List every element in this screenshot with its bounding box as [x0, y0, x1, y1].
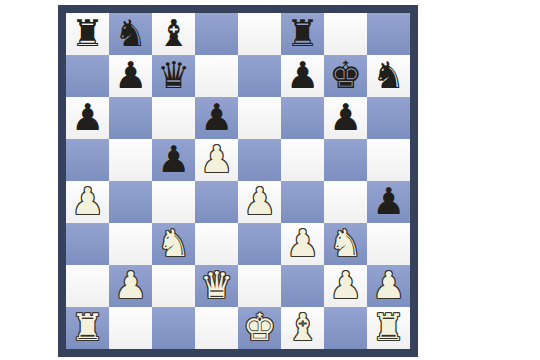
square-g7[interactable]: ♚: [324, 55, 367, 97]
square-a3[interactable]: [66, 223, 109, 265]
square-a6[interactable]: ♟: [66, 97, 109, 139]
white-pawn[interactable]: ♟: [281, 223, 324, 265]
square-e6[interactable]: [238, 97, 281, 139]
square-a1[interactable]: ♜: [66, 307, 109, 349]
square-c6[interactable]: [152, 97, 195, 139]
square-f8[interactable]: ♜: [281, 13, 324, 55]
square-c4[interactable]: [152, 181, 195, 223]
square-g8[interactable]: [324, 13, 367, 55]
black-queen[interactable]: ♛: [152, 55, 195, 97]
square-a4[interactable]: ♟: [66, 181, 109, 223]
white-rook[interactable]: ♜: [367, 307, 410, 349]
square-d2[interactable]: ♛: [195, 265, 238, 307]
square-f6[interactable]: [281, 97, 324, 139]
black-pawn[interactable]: ♟: [152, 139, 195, 181]
square-h6[interactable]: [367, 97, 410, 139]
black-bishop[interactable]: ♝: [152, 13, 195, 55]
black-pawn[interactable]: ♟: [109, 55, 152, 97]
square-d7[interactable]: [195, 55, 238, 97]
black-rook[interactable]: ♜: [66, 13, 109, 55]
square-c8[interactable]: ♝: [152, 13, 195, 55]
white-pawn[interactable]: ♟: [66, 181, 109, 223]
white-rook[interactable]: ♜: [66, 307, 109, 349]
square-h4[interactable]: ♟: [367, 181, 410, 223]
black-pawn[interactable]: ♟: [324, 97, 367, 139]
square-f1[interactable]: ♝: [281, 307, 324, 349]
black-pawn[interactable]: ♟: [367, 181, 410, 223]
square-a5[interactable]: [66, 139, 109, 181]
square-c3[interactable]: ♞: [152, 223, 195, 265]
square-c5[interactable]: ♟: [152, 139, 195, 181]
white-pawn[interactable]: ♟: [238, 181, 281, 223]
white-knight[interactable]: ♞: [152, 223, 195, 265]
square-f2[interactable]: [281, 265, 324, 307]
square-g4[interactable]: [324, 181, 367, 223]
square-h5[interactable]: [367, 139, 410, 181]
square-a2[interactable]: [66, 265, 109, 307]
black-knight[interactable]: ♞: [367, 55, 410, 97]
square-b1[interactable]: [109, 307, 152, 349]
square-d5[interactable]: ♟: [195, 139, 238, 181]
white-king[interactable]: ♚: [238, 307, 281, 349]
square-d8[interactable]: [195, 13, 238, 55]
square-e4[interactable]: ♟: [238, 181, 281, 223]
chess-board: ♜♞♝♜♟♛♟♚♞♟♟♟♟♟♟♟♟♞♟♞♟♛♟♟♜♚♝♜: [66, 13, 410, 349]
chess-board-frame: ♜♞♝♜♟♛♟♚♞♟♟♟♟♟♟♟♟♞♟♞♟♛♟♟♜♚♝♜: [58, 5, 418, 357]
square-b6[interactable]: [109, 97, 152, 139]
black-pawn[interactable]: ♟: [66, 97, 109, 139]
square-e2[interactable]: [238, 265, 281, 307]
square-c2[interactable]: [152, 265, 195, 307]
black-knight[interactable]: ♞: [109, 13, 152, 55]
square-h1[interactable]: ♜: [367, 307, 410, 349]
square-c1[interactable]: [152, 307, 195, 349]
square-d1[interactable]: [195, 307, 238, 349]
square-b4[interactable]: [109, 181, 152, 223]
square-f3[interactable]: ♟: [281, 223, 324, 265]
square-e5[interactable]: [238, 139, 281, 181]
square-e8[interactable]: [238, 13, 281, 55]
black-pawn[interactable]: ♟: [281, 55, 324, 97]
square-h2[interactable]: ♟: [367, 265, 410, 307]
black-king[interactable]: ♚: [324, 55, 367, 97]
square-b8[interactable]: ♞: [109, 13, 152, 55]
square-h8[interactable]: [367, 13, 410, 55]
square-f4[interactable]: [281, 181, 324, 223]
square-c7[interactable]: ♛: [152, 55, 195, 97]
square-g5[interactable]: [324, 139, 367, 181]
square-g3[interactable]: ♞: [324, 223, 367, 265]
square-e3[interactable]: [238, 223, 281, 265]
white-bishop[interactable]: ♝: [281, 307, 324, 349]
square-d6[interactable]: ♟: [195, 97, 238, 139]
square-h7[interactable]: ♞: [367, 55, 410, 97]
square-b3[interactable]: [109, 223, 152, 265]
square-e7[interactable]: [238, 55, 281, 97]
white-pawn[interactable]: ♟: [195, 139, 238, 181]
square-d3[interactable]: [195, 223, 238, 265]
white-queen[interactable]: ♛: [195, 265, 238, 307]
square-b5[interactable]: [109, 139, 152, 181]
black-rook[interactable]: ♜: [281, 13, 324, 55]
square-a8[interactable]: ♜: [66, 13, 109, 55]
white-pawn[interactable]: ♟: [324, 265, 367, 307]
white-knight[interactable]: ♞: [324, 223, 367, 265]
white-pawn[interactable]: ♟: [367, 265, 410, 307]
square-g1[interactable]: [324, 307, 367, 349]
square-f5[interactable]: [281, 139, 324, 181]
square-b2[interactable]: ♟: [109, 265, 152, 307]
square-f7[interactable]: ♟: [281, 55, 324, 97]
square-b7[interactable]: ♟: [109, 55, 152, 97]
page-background: ♜♞♝♜♟♛♟♚♞♟♟♟♟♟♟♟♟♞♟♞♟♛♟♟♜♚♝♜: [0, 0, 540, 360]
square-a7[interactable]: [66, 55, 109, 97]
black-pawn[interactable]: ♟: [195, 97, 238, 139]
square-e1[interactable]: ♚: [238, 307, 281, 349]
white-pawn[interactable]: ♟: [109, 265, 152, 307]
square-g6[interactable]: ♟: [324, 97, 367, 139]
square-g2[interactable]: ♟: [324, 265, 367, 307]
square-h3[interactable]: [367, 223, 410, 265]
square-d4[interactable]: [195, 181, 238, 223]
